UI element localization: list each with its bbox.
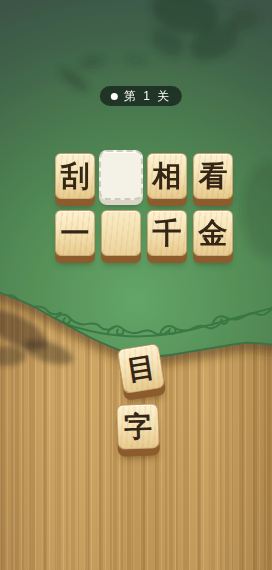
level-label: 第 1 关 [124, 90, 171, 102]
board-cell-r1c3: 金 [193, 210, 233, 256]
board-cell-r0c0: 刮 [55, 153, 95, 199]
board-tile-char: 刮 [56, 154, 94, 199]
board-tile-char: 相 [148, 154, 186, 199]
board-cell-r1c1 [101, 210, 141, 256]
board-tile-char: 一 [56, 211, 94, 256]
board-cell-r1c2: 千 [147, 210, 187, 256]
level-dot-icon [111, 93, 118, 100]
game-screen: 第 1 关 刮 相 看 一 千 金 目 字 [0, 0, 272, 570]
active-empty-slot[interactable] [99, 150, 143, 200]
level-badge: 第 1 关 [100, 86, 182, 106]
board-cell-r0c2: 相 [147, 153, 187, 199]
tray-tile-mu[interactable]: 目 [117, 343, 166, 394]
board-tile-char: 金 [194, 211, 232, 256]
board-cell-r0c3: 看 [193, 153, 233, 199]
board-tile-char: 看 [194, 154, 232, 199]
board-tile-char: 千 [148, 211, 186, 256]
tray-tile-zi[interactable]: 字 [116, 403, 160, 449]
board-cell-r1c0: 一 [55, 210, 95, 256]
blank-empty-slot[interactable] [101, 210, 141, 256]
puzzle-board: 刮 相 看 一 千 金 [55, 153, 233, 256]
board-cell-r0c1 [101, 153, 141, 199]
